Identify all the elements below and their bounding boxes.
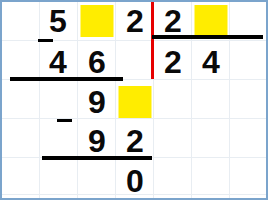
subtraction-rule-line-2 [42,156,152,160]
minus-sign-2 [57,119,72,122]
gridline-vertical [229,2,230,198]
digit-cell: 6 [88,46,106,78]
digit-cell: 9 [88,125,106,157]
digit-cell: 4 [49,46,67,78]
digit-cell: 5 [49,5,67,37]
digit-cell: 2 [164,46,182,78]
digit-cell: 2 [164,5,182,37]
digit-cell: 9 [88,86,106,118]
minus-sign-1 [38,39,53,42]
long-division-board: 52246249920 [0,0,268,200]
digit-cell: 4 [202,46,220,78]
gridline-vertical [77,2,78,198]
hidden-digit-box[interactable] [195,5,228,37]
hidden-digit-box[interactable] [119,86,152,118]
digit-cell: 2 [126,125,144,157]
gridline-vertical [115,2,116,198]
divisor-separator-line [151,2,154,79]
digit-cell: 2 [126,5,144,37]
digit-cell: 0 [126,165,144,197]
subtraction-rule-line-1 [10,77,123,81]
gridline-vertical [191,2,192,198]
gridline-horizontal [2,118,266,119]
quotient-rule-line [152,35,263,39]
gridline-vertical [39,2,40,198]
hidden-digit-box[interactable] [81,5,114,37]
